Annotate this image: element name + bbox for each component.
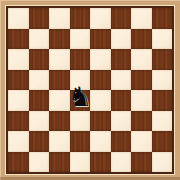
square-a3[interactable] (8, 111, 29, 132)
square-f5[interactable] (111, 70, 132, 91)
square-f2[interactable] (111, 131, 132, 152)
square-h7[interactable] (152, 29, 173, 50)
square-f1[interactable] (111, 152, 132, 173)
square-f8[interactable] (111, 8, 132, 29)
square-b1[interactable] (29, 152, 50, 173)
square-e7[interactable] (90, 29, 111, 50)
square-h4[interactable] (152, 90, 173, 111)
black-knight[interactable]: ♞ (70, 86, 91, 107)
square-e4[interactable] (90, 90, 111, 111)
square-f7[interactable] (111, 29, 132, 50)
square-d3[interactable] (70, 111, 91, 132)
square-d4[interactable]: ♞ (70, 90, 91, 111)
square-g1[interactable] (131, 152, 152, 173)
square-a2[interactable] (8, 131, 29, 152)
square-c2[interactable] (49, 131, 70, 152)
board-frame: ♞ (0, 0, 180, 180)
square-e6[interactable] (90, 49, 111, 70)
square-a5[interactable] (8, 70, 29, 91)
square-h8[interactable] (152, 8, 173, 29)
square-e1[interactable] (90, 152, 111, 173)
square-f4[interactable] (111, 90, 132, 111)
square-b6[interactable] (29, 49, 50, 70)
square-d6[interactable] (70, 49, 91, 70)
square-g4[interactable] (131, 90, 152, 111)
square-d8[interactable] (70, 8, 91, 29)
square-h1[interactable] (152, 152, 173, 173)
square-b3[interactable] (29, 111, 50, 132)
square-b8[interactable] (29, 8, 50, 29)
square-h3[interactable] (152, 111, 173, 132)
square-h6[interactable] (152, 49, 173, 70)
square-g7[interactable] (131, 29, 152, 50)
square-c4[interactable] (49, 90, 70, 111)
square-c1[interactable] (49, 152, 70, 173)
square-g8[interactable] (131, 8, 152, 29)
square-e8[interactable] (90, 8, 111, 29)
square-c7[interactable] (49, 29, 70, 50)
frame-bevel: ♞ (5, 5, 175, 175)
square-c5[interactable] (49, 70, 70, 91)
square-b5[interactable] (29, 70, 50, 91)
square-a6[interactable] (8, 49, 29, 70)
square-d1[interactable] (70, 152, 91, 173)
square-f3[interactable] (111, 111, 132, 132)
square-h5[interactable] (152, 70, 173, 91)
square-d2[interactable] (70, 131, 91, 152)
square-b7[interactable] (29, 29, 50, 50)
square-g6[interactable] (131, 49, 152, 70)
square-e5[interactable] (90, 70, 111, 91)
board-border: ♞ (6, 6, 174, 174)
square-h2[interactable] (152, 131, 173, 152)
square-d7[interactable] (70, 29, 91, 50)
square-b4[interactable] (29, 90, 50, 111)
square-g5[interactable] (131, 70, 152, 91)
square-c3[interactable] (49, 111, 70, 132)
chess-board: ♞ (8, 8, 172, 172)
square-a1[interactable] (8, 152, 29, 173)
square-a4[interactable] (8, 90, 29, 111)
square-g2[interactable] (131, 131, 152, 152)
square-g3[interactable] (131, 111, 152, 132)
square-e2[interactable] (90, 131, 111, 152)
square-f6[interactable] (111, 49, 132, 70)
square-c6[interactable] (49, 49, 70, 70)
square-b2[interactable] (29, 131, 50, 152)
square-e3[interactable] (90, 111, 111, 132)
square-a8[interactable] (8, 8, 29, 29)
square-a7[interactable] (8, 29, 29, 50)
square-c8[interactable] (49, 8, 70, 29)
